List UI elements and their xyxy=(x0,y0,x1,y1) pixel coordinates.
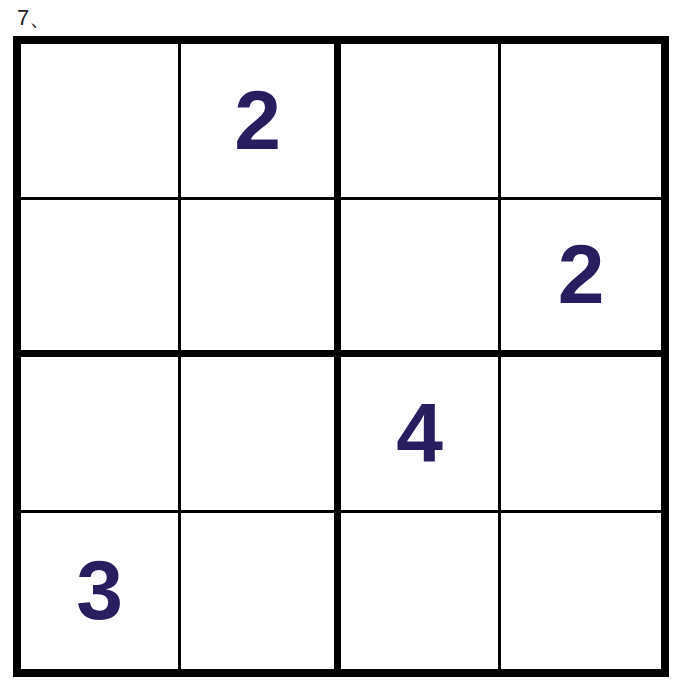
puzzle-number-label: 7、 xyxy=(17,4,51,32)
cell-r1c3[interactable] xyxy=(341,44,501,200)
cell-r3c4[interactable] xyxy=(501,357,661,513)
cell-r2c2[interactable] xyxy=(181,200,341,356)
cell-r2c3[interactable] xyxy=(341,200,501,356)
cell-r2c4[interactable]: 2 xyxy=(501,200,661,356)
cell-r4c2[interactable] xyxy=(181,513,341,669)
sudoku-grid: 2 2 4 3 xyxy=(21,44,661,669)
cell-r4c3[interactable] xyxy=(341,513,501,669)
cell-r3c2[interactable] xyxy=(181,357,341,513)
cell-r4c4[interactable] xyxy=(501,513,661,669)
cell-r3c1[interactable] xyxy=(21,357,181,513)
cell-r1c1[interactable] xyxy=(21,44,181,200)
cell-r1c4[interactable] xyxy=(501,44,661,200)
sudoku-board: 2 2 4 3 xyxy=(13,36,669,677)
cell-r1c2[interactable]: 2 xyxy=(181,44,341,200)
cell-r2c1[interactable] xyxy=(21,200,181,356)
cell-r3c3[interactable]: 4 xyxy=(341,357,501,513)
sudoku-page: 7、 2 2 4 3 xyxy=(0,0,688,686)
cell-r4c1[interactable]: 3 xyxy=(21,513,181,669)
